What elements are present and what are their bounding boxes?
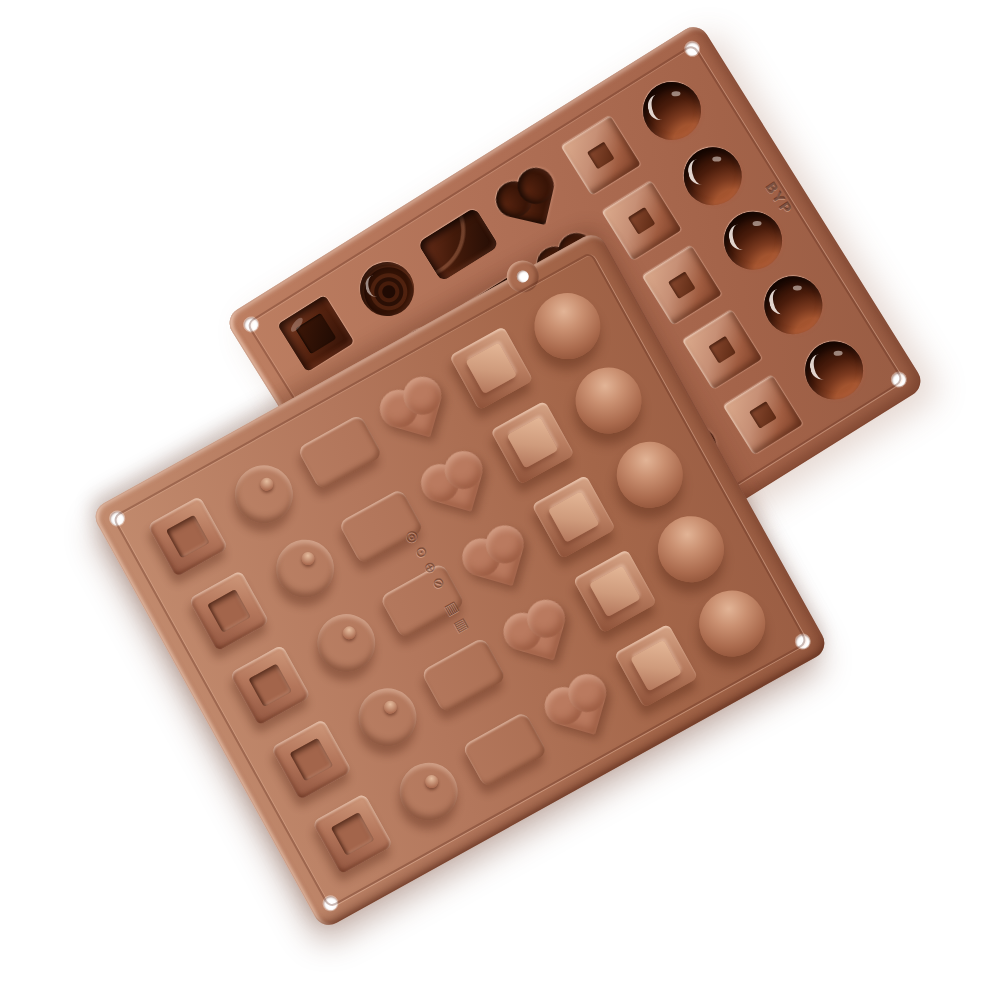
trapezoid-bump — [573, 549, 657, 633]
heart-bump — [476, 539, 523, 586]
heart-bump — [559, 687, 606, 734]
swirl-cavity — [350, 252, 424, 326]
trapezoid-bump — [449, 326, 533, 410]
wave-bump — [420, 637, 506, 714]
ring-tab-hole — [514, 269, 530, 285]
corner-hole — [683, 39, 702, 58]
square-bump — [147, 496, 229, 578]
heart-cavity — [510, 182, 553, 225]
corner-hole — [889, 370, 908, 389]
square-bump — [230, 644, 312, 726]
swirl-bump — [389, 752, 468, 831]
corner-hole — [321, 894, 340, 913]
trapezoid-bump — [490, 401, 574, 485]
corner-hole — [242, 315, 261, 334]
heart-bump — [517, 613, 564, 660]
heart-bump — [394, 391, 441, 438]
square-bump — [271, 718, 353, 800]
product-photo: BYP ◎⊙⊕⊘ ▤▥ — [0, 0, 1000, 1000]
wave-bump — [297, 414, 383, 491]
square-bump — [189, 570, 271, 652]
pyramid-cavity — [723, 375, 803, 455]
swirl-bump — [307, 604, 386, 683]
square-bump — [312, 793, 394, 875]
corner-hole — [793, 632, 812, 651]
trapezoid-bump — [532, 475, 616, 559]
wave-bump — [338, 488, 424, 565]
trapezoid-bump — [614, 623, 698, 707]
dome-bump — [687, 578, 777, 668]
swirl-bump — [225, 455, 304, 534]
swirl-bump — [348, 678, 427, 757]
wave-bump — [461, 711, 547, 788]
dome-cavity — [794, 330, 874, 410]
heart-bump — [435, 465, 482, 512]
swirl-bump — [266, 529, 345, 608]
corner-hole — [108, 509, 127, 528]
